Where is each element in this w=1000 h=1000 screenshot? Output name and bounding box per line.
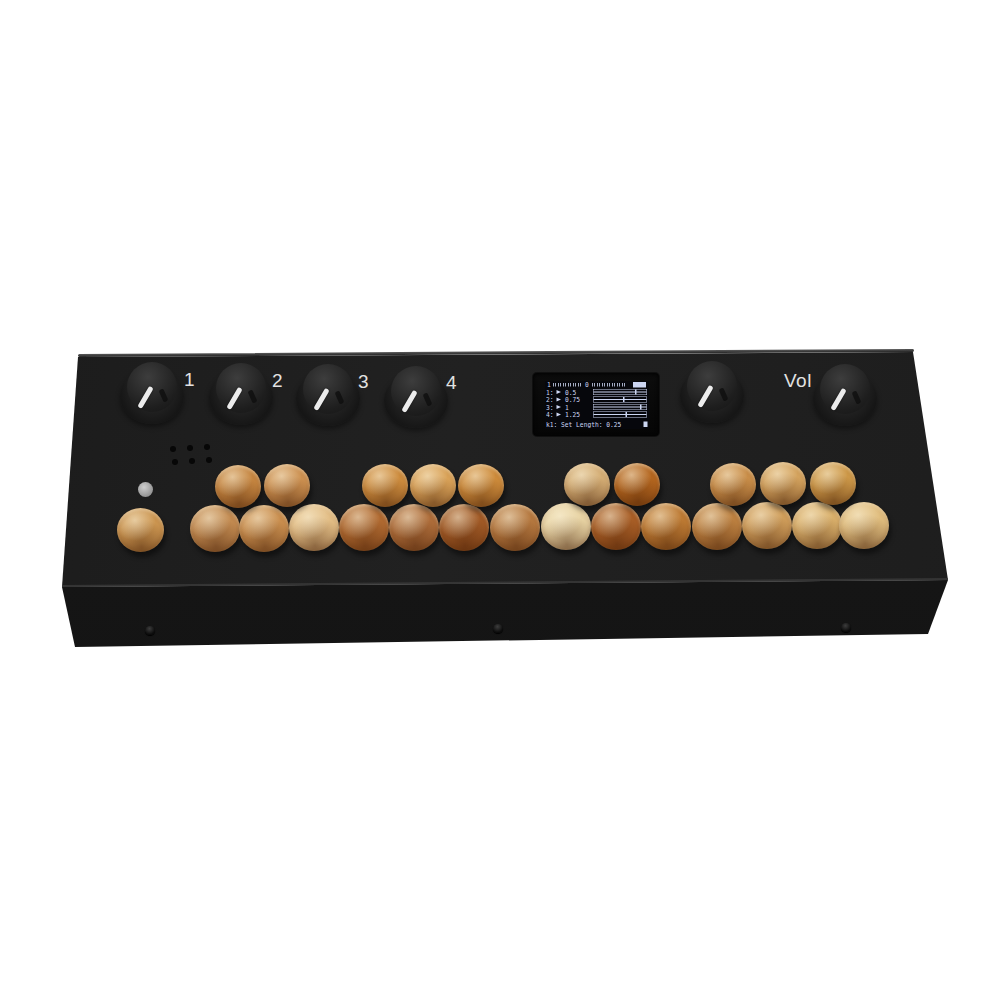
loop-marker [635, 390, 637, 395]
speaker-hole [187, 445, 193, 451]
key-upper-1[interactable] [215, 465, 261, 508]
key-lower-13[interactable] [792, 502, 842, 549]
display-header-ruler-right [592, 383, 626, 387]
key-upper-8[interactable] [710, 463, 756, 506]
loop-marker [625, 412, 627, 417]
loop-marker [623, 397, 625, 402]
key-upper-4[interactable] [410, 464, 456, 507]
key-lower-9[interactable] [591, 503, 641, 550]
key-lower-11[interactable] [692, 503, 742, 550]
display-volume-block [633, 382, 646, 388]
display-status-block [644, 422, 648, 428]
knob-2[interactable] [209, 363, 273, 425]
display-track-row: 4:1.25 [545, 412, 649, 419]
loop-marker [640, 405, 642, 410]
key-upper-7[interactable] [614, 463, 660, 506]
track-number: 2: [546, 397, 554, 404]
play-triangle-icon [557, 390, 562, 394]
speaker-hole [172, 459, 178, 465]
key-lower-2[interactable] [239, 505, 289, 552]
track-number: 4: [546, 412, 554, 419]
display-header-ruler-left [553, 383, 582, 387]
front-screw-right [841, 623, 851, 632]
key-lower-4[interactable] [339, 504, 389, 551]
display-track-row: 2:0.75 [545, 397, 649, 404]
knob-4[interactable] [384, 366, 448, 428]
knob-3-label: 3 [358, 371, 369, 393]
play-triangle-icon [557, 405, 562, 409]
key-lower-6[interactable] [439, 504, 489, 551]
play-triangle-icon [557, 398, 562, 402]
oled-display: 1 0 1:0.52:0.753:14:1.25 k1: Set Length:… [545, 381, 649, 429]
volume-label: Vol [784, 370, 812, 392]
track-loop-bar [593, 389, 647, 395]
display-track-row: 1:0.5 [545, 389, 649, 396]
encoder-knob[interactable] [680, 361, 744, 423]
knob-4-label: 4 [446, 372, 457, 394]
front-screw-left [145, 626, 155, 635]
speaker-hole [189, 458, 195, 464]
key-lower-5[interactable] [389, 504, 439, 551]
knob-3[interactable] [296, 364, 360, 426]
track-value: 0.5 [565, 389, 576, 396]
knob-1-label: 1 [184, 369, 195, 391]
track-loop-bar [593, 404, 647, 410]
key-upper-5[interactable] [458, 464, 504, 507]
track-loop-bar [593, 412, 647, 418]
key-aux[interactable] [117, 508, 164, 552]
knob-1[interactable] [120, 362, 184, 424]
display-header-left: 1 [547, 382, 551, 389]
knob-2-label: 2 [272, 370, 283, 392]
key-lower-3[interactable] [289, 504, 339, 551]
track-value: 1 [565, 404, 569, 411]
front-screw-center [493, 624, 503, 633]
organelle-device: 1 2 3 4 Vol 1 0 1:0.52:0.753:14:1.25 k1:… [0, 0, 1000, 1000]
product-photo: 1 2 3 4 Vol 1 0 1:0.52:0.753:14:1.25 k1:… [0, 0, 1000, 1000]
led-indicator [138, 482, 153, 497]
oled-display-content: 1 0 1:0.52:0.753:14:1.25 k1: Set Length:… [545, 381, 649, 429]
key-upper-6[interactable] [564, 463, 610, 506]
track-number: 3: [546, 404, 554, 411]
device-top-panel [0, 0, 1000, 1000]
key-upper-3[interactable] [362, 464, 408, 507]
track-value: 1.25 [565, 412, 580, 419]
play-triangle-icon [557, 413, 562, 417]
track-loop-bar [593, 397, 647, 403]
display-header-right: 0 [585, 382, 589, 389]
key-upper-10[interactable] [810, 462, 856, 505]
display-track-row: 3:1 [545, 404, 649, 411]
volume-knob[interactable] [813, 364, 877, 426]
key-lower-10[interactable] [641, 503, 691, 550]
key-lower-8[interactable] [541, 503, 591, 550]
key-lower-1[interactable] [190, 505, 240, 552]
key-lower-14[interactable] [839, 502, 889, 549]
track-number: 1: [546, 389, 554, 396]
speaker-hole [170, 446, 176, 452]
key-lower-7[interactable] [490, 504, 540, 551]
track-value: 0.75 [565, 397, 580, 404]
speaker-hole [206, 457, 212, 463]
display-status-line: k1: Set Length: 0.25 [546, 421, 621, 428]
speaker-hole [204, 444, 210, 450]
